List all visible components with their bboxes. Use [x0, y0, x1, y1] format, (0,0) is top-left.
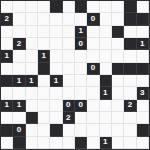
cell-r7c7-empty[interactable]	[87, 87, 99, 99]
cell-r4c8-empty[interactable]	[100, 50, 112, 62]
cell-r6c10-empty[interactable]	[124, 75, 136, 87]
cell-r2c10-empty[interactable]	[124, 26, 136, 38]
cell-r4c6-empty[interactable]	[75, 50, 87, 62]
cell-r6c11-empty[interactable]	[137, 75, 149, 87]
cell-r4c3-clue: 1	[38, 50, 50, 62]
cell-r8c5-clue: 0	[63, 100, 75, 112]
cell-r1c11-black	[137, 13, 149, 25]
cell-r3c10-black	[124, 38, 136, 50]
cell-r2c11-empty[interactable]	[137, 26, 149, 38]
cell-r8c3-empty[interactable]	[38, 100, 50, 112]
cell-r1c1-empty[interactable]	[13, 13, 25, 25]
cell-r7c8-clue: 1	[100, 87, 112, 99]
cell-r8c8-empty[interactable]	[100, 100, 112, 112]
cell-r1c9-empty[interactable]	[112, 13, 124, 25]
cell-r0c4-black	[50, 1, 62, 13]
cell-r0c7-empty[interactable]	[87, 1, 99, 13]
cell-r1c0-clue: 2	[1, 13, 13, 25]
cell-r11c11-empty[interactable]	[137, 137, 149, 149]
cell-r6c4-clue: 1	[50, 75, 62, 87]
cell-r6c2-clue: 1	[26, 75, 38, 87]
cell-r0c5-empty[interactable]	[63, 1, 75, 13]
cell-r8c9-empty[interactable]	[112, 100, 124, 112]
cell-r2c3-empty[interactable]	[38, 26, 50, 38]
cell-r5c4-empty[interactable]	[50, 63, 62, 75]
cell-r4c5-empty[interactable]	[63, 50, 75, 62]
cell-r4c4-empty[interactable]	[50, 50, 62, 62]
cell-r7c0-empty[interactable]	[1, 87, 13, 99]
cell-r5c7-clue: 0	[87, 63, 99, 75]
cell-r5c6-empty[interactable]	[75, 63, 87, 75]
cell-r11c6-black	[75, 137, 87, 149]
cell-r3c8-empty[interactable]	[100, 38, 112, 50]
cell-r6c1-clue: 1	[13, 75, 25, 87]
cell-r1c4-empty[interactable]	[50, 13, 62, 25]
cell-r6c6-empty[interactable]	[75, 75, 87, 87]
cell-r1c3-empty[interactable]	[38, 13, 50, 25]
cell-r10c4-black	[50, 124, 62, 136]
cell-r5c10-black	[124, 63, 136, 75]
cell-r3c6-clue: 0	[75, 38, 87, 50]
cell-r3c9-empty[interactable]	[112, 38, 124, 50]
cell-r0c11-empty[interactable]	[137, 1, 149, 13]
cell-r3c5-empty[interactable]	[63, 38, 75, 50]
cell-r1c6-empty[interactable]	[75, 13, 87, 25]
cell-r1c2-empty[interactable]	[26, 13, 38, 25]
cell-r5c1-empty[interactable]	[13, 63, 25, 75]
cell-r9c2-black	[26, 112, 38, 124]
cell-r0c6-black	[75, 1, 87, 13]
cell-r11c9-empty[interactable]	[112, 137, 124, 149]
cell-r9c0-empty[interactable]	[1, 112, 13, 124]
cell-r9c4-empty[interactable]	[50, 112, 62, 124]
cell-r2c8-empty[interactable]	[100, 26, 112, 38]
cell-r3c4-empty[interactable]	[50, 38, 62, 50]
cell-r8c0-clue: 1	[1, 100, 13, 112]
cell-r2c0-empty[interactable]	[1, 26, 13, 38]
cell-r9c1-empty[interactable]	[13, 112, 25, 124]
cell-r9c9-empty[interactable]	[112, 112, 124, 124]
cell-r9c3-empty[interactable]	[38, 112, 50, 124]
cell-r10c2-empty[interactable]	[26, 124, 38, 136]
cell-r9c7-empty[interactable]	[87, 112, 99, 124]
cell-r1c7-clue: 0	[87, 13, 99, 25]
cell-r4c0-clue: 1	[1, 50, 13, 62]
cell-r11c7-empty[interactable]	[87, 137, 99, 149]
cell-r10c10-empty[interactable]	[124, 124, 136, 136]
cell-r9c5-clue: 2	[63, 112, 75, 124]
cell-r5c5-empty[interactable]	[63, 63, 75, 75]
cell-r2c4-empty[interactable]	[50, 26, 62, 38]
cell-r8c2-empty[interactable]	[26, 100, 38, 112]
cell-r10c0-black	[1, 124, 13, 136]
cell-r2c7-empty[interactable]	[87, 26, 99, 38]
cell-r7c6-empty[interactable]	[75, 87, 87, 99]
cell-r3c7-empty[interactable]	[87, 38, 99, 50]
cell-r1c8-empty[interactable]	[100, 13, 112, 25]
cell-r10c8-empty[interactable]	[100, 124, 112, 136]
cell-r2c5-empty[interactable]	[63, 26, 75, 38]
cell-r5c8-empty[interactable]	[100, 63, 112, 75]
cell-r7c3-empty[interactable]	[38, 87, 50, 99]
cell-r3c3-empty[interactable]	[38, 38, 50, 50]
cell-r8c10-clue: 2	[124, 100, 136, 112]
cell-r11c1-black	[13, 137, 25, 149]
cell-r0c0-empty[interactable]	[1, 1, 13, 13]
cell-r1c10-black	[124, 13, 136, 25]
cell-r4c2-empty[interactable]	[26, 50, 38, 62]
cell-r0c3-empty[interactable]	[38, 1, 50, 13]
cell-r0c2-empty[interactable]	[26, 1, 38, 13]
cell-r4c1-empty[interactable]	[13, 50, 25, 62]
cell-r10c3-empty[interactable]	[38, 124, 50, 136]
cell-r8c1-clue: 1	[13, 100, 25, 112]
puzzle-board: 2012011101111311002201	[0, 0, 150, 150]
cell-r6c9-empty[interactable]	[112, 75, 124, 87]
cell-r0c10-black	[124, 1, 136, 13]
cell-r11c5-empty[interactable]	[63, 137, 75, 149]
cell-r7c11-clue: 3	[137, 87, 149, 99]
cell-r6c3-empty[interactable]	[38, 75, 50, 87]
cell-r5c9-black	[112, 63, 124, 75]
cell-r11c0-empty[interactable]	[1, 137, 13, 149]
cell-r9c8-empty[interactable]	[100, 112, 112, 124]
cell-r7c9-empty[interactable]	[112, 87, 124, 99]
cell-r6c7-empty[interactable]	[87, 75, 99, 87]
cell-r6c8-black	[100, 75, 112, 87]
cell-r5c3-black	[38, 63, 50, 75]
cell-r5c0-empty[interactable]	[1, 63, 13, 75]
cell-r8c11-empty[interactable]	[137, 100, 149, 112]
cell-r10c1-clue: 0	[13, 124, 25, 136]
cell-r7c5-empty[interactable]	[63, 87, 75, 99]
cell-r2c1-empty[interactable]	[13, 26, 25, 38]
cell-r8c6-clue: 0	[75, 100, 87, 112]
cell-r7c1-empty[interactable]	[13, 87, 25, 99]
cell-r1c5-empty[interactable]	[63, 13, 75, 25]
cell-r10c11-black	[137, 124, 149, 136]
cell-r7c2-empty[interactable]	[26, 87, 38, 99]
cell-r2c9-black	[112, 26, 124, 38]
cell-r6c5-empty[interactable]	[63, 75, 75, 87]
cell-r6c0-black	[1, 75, 13, 87]
cell-r0c1-empty[interactable]	[13, 1, 25, 13]
cell-r3c11-clue: 1	[137, 38, 149, 50]
cell-r9c11-empty[interactable]	[137, 112, 149, 124]
cell-r9c6-empty[interactable]	[75, 112, 87, 124]
cell-r5c11-black	[137, 63, 149, 75]
cell-r4c10-empty[interactable]	[124, 50, 136, 62]
cell-r11c4-empty[interactable]	[50, 137, 62, 149]
cell-r3c1-clue: 2	[13, 38, 25, 50]
cell-r0c8-empty[interactable]	[100, 1, 112, 13]
cell-r8c7-empty[interactable]	[87, 100, 99, 112]
cell-r11c8-clue: 1	[100, 137, 112, 149]
cell-r3c0-empty[interactable]	[1, 38, 13, 50]
cell-r10c6-empty[interactable]	[75, 124, 87, 136]
cell-r10c7-empty[interactable]	[87, 124, 99, 136]
cell-r2c6-clue: 1	[75, 26, 87, 38]
cell-r2c2-empty[interactable]	[26, 26, 38, 38]
cell-r11c2-empty[interactable]	[26, 137, 38, 149]
cell-r10c9-empty[interactable]	[112, 124, 124, 136]
cell-r0c9-empty[interactable]	[112, 1, 124, 13]
cell-r11c3-empty[interactable]	[38, 137, 50, 149]
cell-r9c10-empty[interactable]	[124, 112, 136, 124]
cell-r5c2-empty[interactable]	[26, 63, 38, 75]
cell-r10c5-empty[interactable]	[63, 124, 75, 136]
cell-r3c2-empty[interactable]	[26, 38, 38, 50]
cell-r4c7-empty[interactable]	[87, 50, 99, 62]
cell-r11c10-empty[interactable]	[124, 137, 136, 149]
cell-r4c9-empty[interactable]	[112, 50, 124, 62]
cell-r7c10-empty[interactable]	[124, 87, 136, 99]
cell-r8c4-empty[interactable]	[50, 100, 62, 112]
cell-r7c4-empty[interactable]	[50, 87, 62, 99]
cell-r4c11-empty[interactable]	[137, 50, 149, 62]
